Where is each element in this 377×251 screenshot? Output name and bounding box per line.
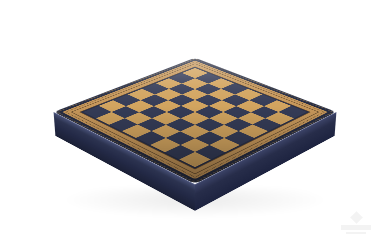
square-r7c3 (122, 125, 151, 138)
square-r6c4 (151, 125, 180, 138)
square-r4c6 (210, 125, 239, 138)
square-r6c6 (180, 138, 210, 152)
square-r4c4 (181, 112, 209, 125)
square-r5c7 (210, 138, 240, 152)
square-r3c5 (209, 112, 237, 125)
square-r7c2 (109, 118, 138, 131)
watermark-text-line (341, 225, 371, 230)
square-r5c3 (153, 112, 181, 125)
square-r7c4 (136, 131, 166, 145)
watermark-icon (350, 211, 363, 224)
square-r6c7 (195, 145, 225, 160)
square-r7c7 (180, 152, 211, 167)
square-r7c6 (165, 145, 195, 160)
square-r6c5 (165, 131, 195, 145)
square-r2c7 (252, 118, 281, 131)
square-r6c2 (124, 112, 152, 125)
square-r5c6 (195, 131, 225, 145)
square-r3c7 (239, 125, 268, 138)
square-r4c7 (225, 131, 255, 145)
board-top (54, 58, 337, 185)
square-r7c5 (150, 138, 180, 152)
square-r4c5 (195, 118, 224, 131)
watermark-subtext-line (346, 232, 366, 234)
square-r5c4 (166, 118, 195, 131)
square-r6c3 (138, 118, 167, 131)
square-r7c1 (96, 112, 124, 125)
board-outer-frame (54, 58, 337, 185)
photographer-watermark (338, 213, 374, 239)
square-r5c5 (180, 125, 209, 138)
chessboard-box (54, 58, 337, 185)
square-r2c6 (237, 112, 265, 125)
square-r3c6 (224, 118, 253, 131)
square-r1c7 (266, 112, 294, 125)
product-photo (0, 0, 377, 251)
scene (0, 0, 377, 251)
